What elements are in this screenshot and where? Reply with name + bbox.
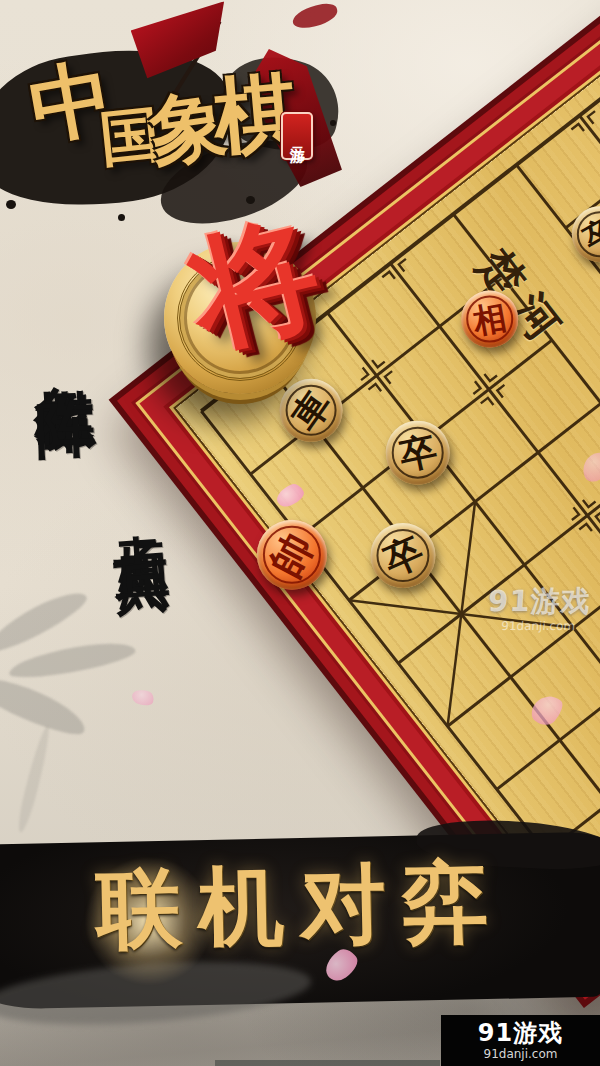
watermark-footer-site: 91danji.com <box>484 1047 558 1061</box>
slogan-column-2: 点子如点兵 <box>99 487 175 522</box>
piece-卒: 卒 <box>386 421 450 485</box>
piece-帥: 帥 <box>257 520 327 590</box>
hero-piece: 将 <box>160 226 340 441</box>
watermark-overlay-name: 91游戏 <box>487 582 591 622</box>
watermark-footer: 91游戏 91danji.com <box>441 1015 600 1066</box>
bamboo-ink-icon <box>7 637 137 683</box>
bottom-edge-strip <box>215 1060 440 1066</box>
piece-相: 相 <box>461 290 518 347</box>
play-banner[interactable]: 联机对弈 <box>0 838 600 1003</box>
banner-label[interactable]: 联机对弈 <box>5 854 595 957</box>
logo-seal-badge: 元游 <box>281 112 313 160</box>
bamboo-ink-icon <box>15 724 53 834</box>
petal-icon <box>130 687 156 708</box>
watermark-footer-name: 91游戏 <box>478 1021 563 1045</box>
watermark-overlay-site: 91danji.com <box>487 619 590 633</box>
splash-screen: 楚河 漢界 帥車卒卒相卒 将 中国象棋 元游 象棋似布阵 点子如点兵 联机对弈 … <box>0 0 600 1066</box>
piece-卒: 卒 <box>370 523 435 588</box>
watermark-overlay: 91游戏 91danji.com <box>487 582 592 633</box>
slogan-column-1: 象棋似布阵 <box>22 337 103 355</box>
